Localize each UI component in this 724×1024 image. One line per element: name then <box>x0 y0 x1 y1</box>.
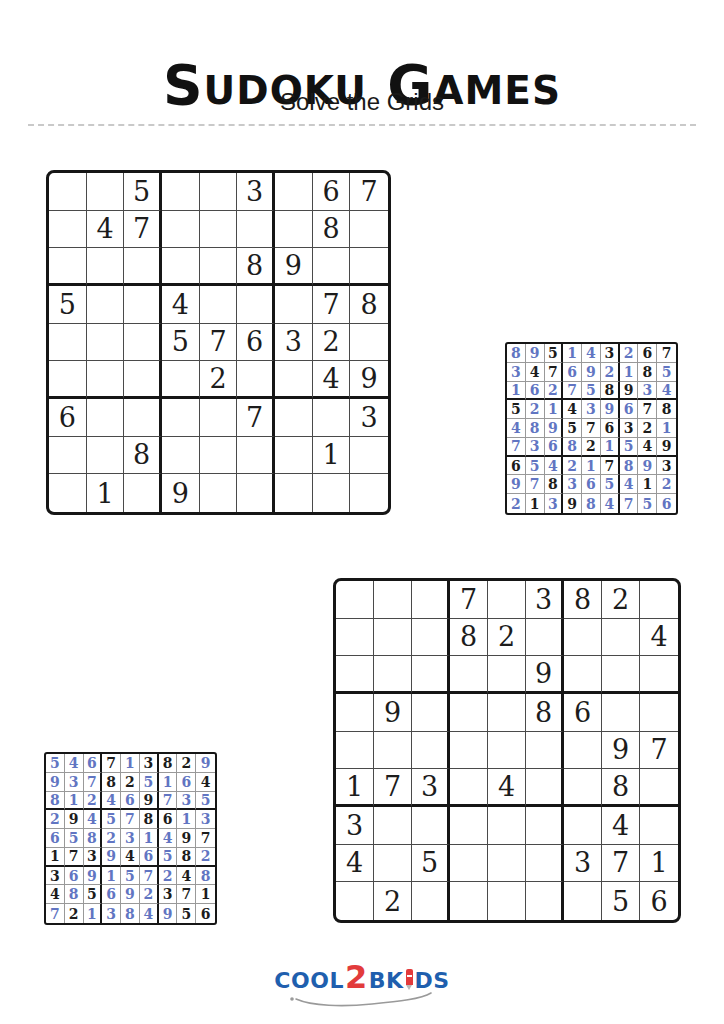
cell-r4c1[interactable]: 5 <box>49 286 87 324</box>
cell-r2c3: 7 <box>545 363 564 382</box>
cell-r6c4[interactable] <box>162 361 200 399</box>
cell-r7c1[interactable]: 6 <box>49 399 87 437</box>
digit: 2 <box>612 586 629 613</box>
digit: 7 <box>567 383 577 397</box>
cell-r5c6: 1 <box>140 829 159 848</box>
cell-r7c1[interactable]: 3 <box>336 807 374 845</box>
cell-r9c4[interactable] <box>450 882 488 920</box>
digit: 9 <box>535 660 552 687</box>
cell-r4c2[interactable]: 9 <box>374 694 412 732</box>
cell-r7c6: 7 <box>601 457 620 476</box>
cell-r5c2[interactable] <box>87 324 125 362</box>
cell-r3c2[interactable] <box>374 656 412 694</box>
digit: 8 <box>50 793 60 807</box>
cell-r5c6[interactable] <box>526 732 564 770</box>
cell-r4c9[interactable]: 8 <box>350 286 388 324</box>
cell-r1c4[interactable]: 7 <box>450 581 488 619</box>
digit: 3 <box>201 812 211 826</box>
cell-r7c3[interactable] <box>412 807 450 845</box>
cell-r4c8[interactable]: 7 <box>313 286 351 324</box>
digit: 8 <box>530 421 540 435</box>
cell-r1c1[interactable] <box>49 173 87 211</box>
cell-r6c9: 9 <box>657 438 676 457</box>
digit: 4 <box>612 812 629 839</box>
logo-text-2: 2 <box>345 958 368 996</box>
cell-r9c8[interactable]: 5 <box>602 882 640 920</box>
cell-r6c7[interactable] <box>275 361 313 399</box>
cell-r5c7: 4 <box>159 829 178 848</box>
digit: 7 <box>511 439 521 453</box>
digit: 1 <box>322 441 339 468</box>
cell-r4c1: 2 <box>46 810 65 829</box>
cell-r4c8[interactable] <box>602 694 640 732</box>
cell-r3c3: 2 <box>545 382 564 401</box>
digit: 5 <box>163 849 173 863</box>
cell-r3c8[interactable] <box>602 656 640 694</box>
cell-r2c8: 6 <box>177 773 196 792</box>
cell-r4c6[interactable]: 8 <box>526 694 564 732</box>
cell-r3c7[interactable] <box>564 656 602 694</box>
digit: 5 <box>604 477 614 491</box>
digit: 5 <box>106 812 116 826</box>
digit: 4 <box>322 365 339 392</box>
cell-r1c6[interactable]: 3 <box>237 173 275 211</box>
digit: 4 <box>586 346 596 360</box>
cell-r5c9[interactable]: 7 <box>640 732 678 770</box>
cell-r6c3[interactable]: 3 <box>412 769 450 807</box>
digit: 7 <box>133 215 150 242</box>
cell-r7c8[interactable] <box>313 399 351 437</box>
cell-r5c2: 5 <box>65 829 84 848</box>
digit: 3 <box>87 849 97 863</box>
cell-r7c7[interactable] <box>564 807 602 845</box>
cell-r1c8[interactable]: 2 <box>602 581 640 619</box>
digit: 4 <box>125 849 135 863</box>
digit: 3 <box>285 328 302 355</box>
cell-r6c6: 1 <box>601 438 620 457</box>
cell-r8c4[interactable] <box>162 437 200 475</box>
cell-r2c2: 3 <box>65 773 84 792</box>
cell-r2c8[interactable]: 8 <box>313 211 351 249</box>
cell-r2c9[interactable]: 4 <box>640 619 678 657</box>
cell-r2c5[interactable]: 2 <box>488 619 526 657</box>
cell-r2c4[interactable] <box>162 211 200 249</box>
cell-r2c6[interactable] <box>526 619 564 657</box>
digit: 2 <box>69 907 79 921</box>
cell-r5c8: 2 <box>638 419 657 438</box>
cell-r4c7: 6 <box>620 400 639 419</box>
cell-r9c2[interactable]: 1 <box>87 474 125 512</box>
cell-r9c2: 2 <box>65 904 84 923</box>
cell-r2c9[interactable] <box>350 211 388 249</box>
cell-r2c7: 1 <box>159 773 178 792</box>
cell-r1c9[interactable]: 7 <box>350 173 388 211</box>
cell-r1c8[interactable]: 6 <box>313 173 351 211</box>
cell-r7c9[interactable]: 3 <box>350 399 388 437</box>
digit: 2 <box>567 459 577 473</box>
cell-r7c5[interactable] <box>200 399 238 437</box>
cell-r5c4: 5 <box>563 419 582 438</box>
cell-r5c2[interactable] <box>374 732 412 770</box>
digit: 9 <box>143 793 153 807</box>
cool2bkids-logo[interactable]: COOL2BKDS <box>274 958 449 996</box>
cell-r6c4: 9 <box>102 848 121 867</box>
cell-r3c5: 6 <box>121 792 140 811</box>
digit: 3 <box>511 365 521 379</box>
digit: 4 <box>106 793 116 807</box>
cell-r1c4[interactable] <box>162 173 200 211</box>
cell-r9c4[interactable]: 9 <box>162 474 200 512</box>
cell-r8c8[interactable]: 1 <box>313 437 351 475</box>
cell-r3c6: 8 <box>601 382 620 401</box>
cell-r8c5[interactable] <box>488 845 526 883</box>
cell-r1c5[interactable] <box>488 581 526 619</box>
cell-r6c1[interactable] <box>49 361 87 399</box>
digit: 2 <box>530 402 540 416</box>
cell-r2c7[interactable] <box>275 211 313 249</box>
cell-r7c6[interactable]: 7 <box>237 399 275 437</box>
cell-r1c1[interactable] <box>336 581 374 619</box>
digit: 1 <box>650 849 667 876</box>
cell-r8c8[interactable]: 7 <box>602 845 640 883</box>
digit: 9 <box>567 497 577 511</box>
cell-r2c6[interactable] <box>237 211 275 249</box>
digit: 2 <box>201 849 211 863</box>
digit: 6 <box>548 439 558 453</box>
digit: 1 <box>87 907 97 921</box>
cell-r3c2[interactable] <box>87 248 125 286</box>
cell-r2c2: 4 <box>526 363 545 382</box>
cell-r4c5[interactable] <box>488 694 526 732</box>
cell-r9c3[interactable] <box>412 882 450 920</box>
cell-r2c5[interactable] <box>200 211 238 249</box>
cell-r9c5[interactable] <box>488 882 526 920</box>
cell-r9c8: 5 <box>177 904 196 923</box>
cell-r8c2[interactable] <box>374 845 412 883</box>
cell-r1c7[interactable]: 8 <box>564 581 602 619</box>
digit: 5 <box>59 291 76 318</box>
cell-r8c6[interactable] <box>237 437 275 475</box>
logo-text-bk: BK <box>369 968 404 993</box>
cell-r3c4: 7 <box>563 382 582 401</box>
digit: 8 <box>624 459 634 473</box>
cell-r6c2: 7 <box>65 848 84 867</box>
cell-r8c6[interactable] <box>526 845 564 883</box>
digit: 5 <box>50 756 60 770</box>
cell-r5c7: 3 <box>620 419 639 438</box>
cell-r6c2[interactable]: 7 <box>374 769 412 807</box>
digit: 4 <box>172 291 189 318</box>
cell-r3c4: 4 <box>102 792 121 811</box>
cell-r8c5[interactable] <box>200 437 238 475</box>
cell-r5c9[interactable] <box>350 324 388 362</box>
digit: 1 <box>163 775 173 789</box>
cell-r8c5: 9 <box>121 885 140 904</box>
cell-r9c9: 6 <box>657 494 676 513</box>
cell-r1c1: 5 <box>46 754 65 773</box>
cell-r8c2[interactable] <box>87 437 125 475</box>
cell-r2c4: 8 <box>102 773 121 792</box>
cell-r2c7[interactable] <box>564 619 602 657</box>
cell-r7c4[interactable] <box>162 399 200 437</box>
digit: 4 <box>650 623 667 650</box>
cell-r3c6[interactable]: 9 <box>526 656 564 694</box>
digit: 6 <box>69 869 79 883</box>
page-subtitle: Solve the Grids <box>0 88 724 116</box>
cell-r6c6[interactable] <box>526 769 564 807</box>
pencil-icon <box>406 969 413 990</box>
cell-r5c4[interactable] <box>450 732 488 770</box>
cell-r4c3[interactable] <box>412 694 450 732</box>
digit: 8 <box>125 907 135 921</box>
cell-r7c2: 6 <box>65 867 84 886</box>
cell-r7c3: 9 <box>84 867 103 886</box>
cell-r6c5[interactable]: 4 <box>488 769 526 807</box>
cell-r4c7[interactable] <box>275 286 313 324</box>
cell-r7c7[interactable] <box>275 399 313 437</box>
digit: 9 <box>69 812 79 826</box>
cell-r3c7[interactable]: 9 <box>275 248 313 286</box>
cell-r4c2[interactable] <box>87 286 125 324</box>
cell-r5c8[interactable]: 9 <box>602 732 640 770</box>
cell-r5c1[interactable] <box>336 732 374 770</box>
cell-r1c2[interactable] <box>374 581 412 619</box>
digit: 2 <box>209 365 226 392</box>
cell-r9c6: 4 <box>601 494 620 513</box>
cell-r9c7[interactable] <box>275 474 313 512</box>
digit: 8 <box>322 215 339 242</box>
cell-r5c6[interactable]: 6 <box>237 324 275 362</box>
digit: 7 <box>163 793 173 807</box>
cell-r9c2[interactable]: 2 <box>374 882 412 920</box>
cell-r8c9: 2 <box>657 475 676 494</box>
cell-r6c9[interactable]: 9 <box>350 361 388 399</box>
cell-r8c1: 9 <box>507 475 526 494</box>
cell-r1c3: 5 <box>545 344 564 363</box>
cell-r9c1[interactable] <box>336 882 374 920</box>
cell-r9c1[interactable] <box>49 474 87 512</box>
cell-r1c7[interactable] <box>275 173 313 211</box>
cell-r8c1: 4 <box>46 885 65 904</box>
digit: 4 <box>346 849 363 876</box>
digit: 5 <box>612 888 629 915</box>
cell-r6c5[interactable]: 2 <box>200 361 238 399</box>
cell-r6c6[interactable] <box>237 361 275 399</box>
digit: 7 <box>586 421 596 435</box>
cell-r5c3[interactable] <box>124 324 162 362</box>
cell-r3c5[interactable] <box>200 248 238 286</box>
cell-r8c9[interactable] <box>350 437 388 475</box>
cell-r4c2: 2 <box>526 400 545 419</box>
cell-r5c1[interactable] <box>49 324 87 362</box>
cell-r4c4[interactable] <box>450 694 488 732</box>
cell-r5c7[interactable] <box>564 732 602 770</box>
digit: 4 <box>567 402 577 416</box>
cell-r5c7[interactable]: 3 <box>275 324 313 362</box>
cell-r4c1[interactable] <box>336 694 374 732</box>
cell-r9c5[interactable] <box>200 474 238 512</box>
cell-r3c4[interactable] <box>162 248 200 286</box>
cell-r7c8: 9 <box>638 457 657 476</box>
cell-r7c6[interactable] <box>526 807 564 845</box>
cell-r8c7[interactable]: 3 <box>564 845 602 883</box>
cell-r9c1: 7 <box>46 904 65 923</box>
cell-r1c3[interactable]: 5 <box>124 173 162 211</box>
cell-r9c8[interactable] <box>313 474 351 512</box>
digit: 5 <box>421 849 438 876</box>
digit: 5 <box>642 497 652 511</box>
digit: 8 <box>574 586 591 613</box>
digit: 5 <box>69 831 79 845</box>
digit: 7 <box>650 736 667 763</box>
cell-r1c2[interactable] <box>87 173 125 211</box>
digit: 9 <box>285 252 302 279</box>
cell-r8c7[interactable] <box>275 437 313 475</box>
cell-r3c9[interactable] <box>640 656 678 694</box>
cell-r2c5: 9 <box>582 363 601 382</box>
cell-r4c6: 9 <box>601 400 620 419</box>
digit: 3 <box>624 421 634 435</box>
digit: 9 <box>511 477 521 491</box>
cell-r8c3[interactable]: 8 <box>124 437 162 475</box>
digit: 2 <box>548 383 558 397</box>
cell-r1c6[interactable]: 3 <box>526 581 564 619</box>
cell-r5c5[interactable]: 7 <box>200 324 238 362</box>
cell-r3c1[interactable] <box>336 656 374 694</box>
digit: 9 <box>586 365 596 379</box>
digit: 9 <box>87 869 97 883</box>
digit: 3 <box>163 887 173 901</box>
cell-r9c5: 8 <box>582 494 601 513</box>
digit: 1 <box>511 383 521 397</box>
cell-r3c3[interactable] <box>124 248 162 286</box>
cell-r5c8[interactable]: 2 <box>313 324 351 362</box>
digit: 2 <box>50 812 60 826</box>
cell-r6c1[interactable]: 1 <box>336 769 374 807</box>
cell-r6c8: 4 <box>638 438 657 457</box>
cell-r7c2[interactable] <box>374 807 412 845</box>
cell-r2c2[interactable] <box>374 619 412 657</box>
cell-r7c2[interactable] <box>87 399 125 437</box>
cell-r8c1[interactable] <box>49 437 87 475</box>
cell-r7c9[interactable] <box>640 807 678 845</box>
cell-r1c3[interactable] <box>412 581 450 619</box>
cell-r6c2[interactable] <box>87 361 125 399</box>
cell-r2c1[interactable] <box>49 211 87 249</box>
cell-r7c4[interactable] <box>450 807 488 845</box>
cell-r8c3[interactable]: 5 <box>412 845 450 883</box>
digit: 7 <box>662 346 672 360</box>
digit: 5 <box>87 887 97 901</box>
cell-r9c3: 1 <box>84 904 103 923</box>
cell-r4c4[interactable]: 4 <box>162 286 200 324</box>
digit: 7 <box>604 459 614 473</box>
cell-r7c5: 1 <box>582 457 601 476</box>
cell-r9c6[interactable] <box>237 474 275 512</box>
cell-r6c9[interactable] <box>640 769 678 807</box>
digit: 7 <box>201 831 211 845</box>
cell-r2c4[interactable]: 8 <box>450 619 488 657</box>
cell-r5c4[interactable]: 5 <box>162 324 200 362</box>
cell-r8c1[interactable]: 4 <box>336 845 374 883</box>
cell-r1c8: 2 <box>177 754 196 773</box>
cell-r9c3[interactable] <box>124 474 162 512</box>
cell-r6c3[interactable] <box>124 361 162 399</box>
cell-r4c7[interactable]: 6 <box>564 694 602 732</box>
digit: 8 <box>361 291 378 318</box>
digit: 5 <box>172 328 189 355</box>
cell-r7c3[interactable] <box>124 399 162 437</box>
digit: 1 <box>548 402 558 416</box>
digit: 4 <box>548 459 558 473</box>
digit: 7 <box>361 178 378 205</box>
cell-r6c7[interactable] <box>564 769 602 807</box>
digit: 9 <box>624 383 634 397</box>
cell-r6c2: 3 <box>526 438 545 457</box>
cell-r9c9[interactable]: 6 <box>640 882 678 920</box>
cell-r4c5[interactable] <box>200 286 238 324</box>
cell-r6c9: 2 <box>196 848 215 867</box>
cell-r3c5[interactable] <box>488 656 526 694</box>
digit: 1 <box>642 477 652 491</box>
cell-r4c4: 5 <box>102 810 121 829</box>
digit: 2 <box>384 888 401 915</box>
cell-r3c4[interactable] <box>450 656 488 694</box>
cell-r7c5[interactable] <box>488 807 526 845</box>
cell-r2c8[interactable] <box>602 619 640 657</box>
cell-r4c9[interactable] <box>640 694 678 732</box>
cell-r8c9[interactable]: 1 <box>640 845 678 883</box>
sudoku-puzzle-grid-1: 5367478895478576322496738119 <box>46 170 391 515</box>
digit: 5 <box>511 402 521 416</box>
cell-r9c6[interactable] <box>526 882 564 920</box>
cell-r3c8[interactable] <box>313 248 351 286</box>
digit: 4 <box>96 215 113 242</box>
cell-r6c8[interactable]: 8 <box>602 769 640 807</box>
digit: 7 <box>612 849 629 876</box>
cell-r2c3[interactable] <box>412 619 450 657</box>
cell-r8c4[interactable] <box>450 845 488 883</box>
cell-r8c7: 4 <box>620 475 639 494</box>
cell-r3c6[interactable]: 8 <box>237 248 275 286</box>
cell-r6c4[interactable] <box>450 769 488 807</box>
cell-r6c8[interactable]: 4 <box>313 361 351 399</box>
digit: 8 <box>642 365 652 379</box>
cell-r4c9: 3 <box>196 810 215 829</box>
cell-r2c1[interactable] <box>336 619 374 657</box>
cell-r9c9[interactable] <box>350 474 388 512</box>
cell-r2c3[interactable]: 7 <box>124 211 162 249</box>
cell-r1c9: 7 <box>657 344 676 363</box>
cell-r3c9[interactable] <box>350 248 388 286</box>
cell-r4c6[interactable] <box>237 286 275 324</box>
cell-r3c3[interactable] <box>412 656 450 694</box>
digit: 6 <box>50 831 60 845</box>
cell-r4c2: 9 <box>65 810 84 829</box>
cell-r5c6: 6 <box>601 419 620 438</box>
cell-r1c9[interactable] <box>640 581 678 619</box>
cell-r9c7[interactable] <box>564 882 602 920</box>
digit: 6 <box>106 887 116 901</box>
cell-r1c5[interactable] <box>200 173 238 211</box>
cell-r2c2[interactable]: 4 <box>87 211 125 249</box>
cell-r3c1[interactable] <box>49 248 87 286</box>
cell-r5c5[interactable] <box>488 732 526 770</box>
cell-r4c3: 4 <box>84 810 103 829</box>
cell-r7c8[interactable]: 4 <box>602 807 640 845</box>
cell-r4c3[interactable] <box>124 286 162 324</box>
cell-r5c3[interactable] <box>412 732 450 770</box>
